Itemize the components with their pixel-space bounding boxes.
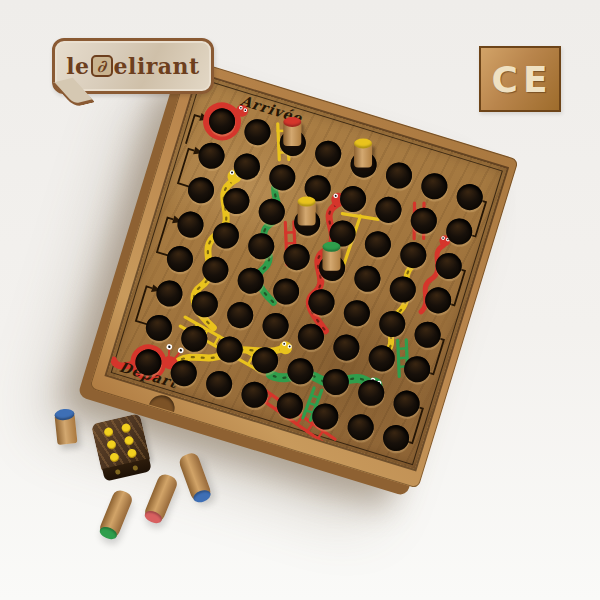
die-pip	[106, 439, 117, 450]
brand-text: le∂elirant	[66, 53, 200, 79]
peg-cap-blue	[54, 408, 75, 421]
die-pip	[124, 435, 135, 446]
standing-peg-blue	[54, 413, 77, 445]
ce-badge: CE	[479, 46, 561, 112]
peg-cap-green	[98, 525, 119, 542]
lying-peg-red	[143, 472, 180, 524]
ce-text: CE	[487, 59, 552, 100]
die-front-pip	[115, 469, 121, 475]
peg-cap-blue	[192, 488, 213, 504]
die-front-pip	[132, 465, 138, 471]
brand-logo: le∂elirant	[52, 38, 214, 94]
peg-cap-red	[143, 509, 164, 526]
lying-peg-blue	[177, 451, 212, 503]
die	[91, 413, 153, 483]
die-pip	[127, 448, 138, 459]
brand-suffix: elirant	[114, 53, 200, 79]
lying-peg-green	[98, 488, 135, 540]
die-pip	[121, 423, 132, 434]
die-pip	[103, 427, 114, 438]
die-pip	[109, 452, 120, 463]
product-photo: Arrivée Départ le∂elirant CE	[0, 0, 600, 600]
swirl-d-icon: ∂	[91, 55, 113, 77]
brand-prefix: le	[66, 53, 89, 79]
